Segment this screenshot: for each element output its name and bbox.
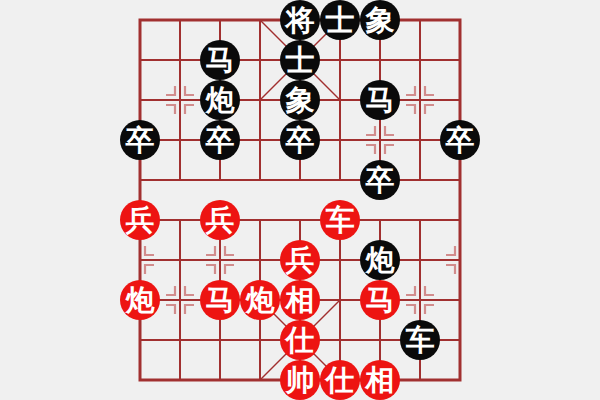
piece-red-horse[interactable]: 马 (200, 280, 240, 320)
piece-red-cannon[interactable]: 炮 (120, 280, 160, 320)
pieces-layer: 将士象马士炮象马卒卒卒卒卒炮车兵兵车兵炮马炮相马仕帅仕相 (120, 0, 480, 400)
piece-black-soldier[interactable]: 卒 (360, 160, 400, 200)
piece-red-advisor[interactable]: 仕 (320, 360, 360, 400)
piece-black-elephant[interactable]: 象 (280, 80, 320, 120)
piece-red-soldier[interactable]: 兵 (120, 200, 160, 240)
piece-black-horse[interactable]: 马 (200, 40, 240, 80)
xiangqi-board[interactable]: 将士象马士炮象马卒卒卒卒卒炮车兵兵车兵炮马炮相马仕帅仕相 (0, 0, 600, 400)
piece-red-elephant[interactable]: 相 (280, 280, 320, 320)
piece-red-general[interactable]: 帅 (280, 360, 320, 400)
piece-black-advisor[interactable]: 士 (280, 40, 320, 80)
piece-black-cannon[interactable]: 炮 (200, 80, 240, 120)
piece-black-soldier[interactable]: 卒 (120, 120, 160, 160)
piece-red-advisor[interactable]: 仕 (280, 320, 320, 360)
piece-red-elephant[interactable]: 相 (360, 360, 400, 400)
piece-black-soldier[interactable]: 卒 (200, 120, 240, 160)
piece-black-soldier[interactable]: 卒 (280, 120, 320, 160)
piece-black-cannon[interactable]: 炮 (360, 240, 400, 280)
piece-black-soldier[interactable]: 卒 (440, 120, 480, 160)
piece-black-general[interactable]: 将 (280, 0, 320, 40)
piece-black-horse[interactable]: 马 (360, 80, 400, 120)
piece-red-horse[interactable]: 马 (360, 280, 400, 320)
piece-red-cannon[interactable]: 炮 (240, 280, 280, 320)
piece-black-elephant[interactable]: 象 (360, 0, 400, 40)
piece-red-chariot[interactable]: 车 (320, 200, 360, 240)
piece-red-soldier[interactable]: 兵 (280, 240, 320, 280)
piece-black-chariot[interactable]: 车 (400, 320, 440, 360)
piece-red-soldier[interactable]: 兵 (200, 200, 240, 240)
piece-black-advisor[interactable]: 士 (320, 0, 360, 40)
